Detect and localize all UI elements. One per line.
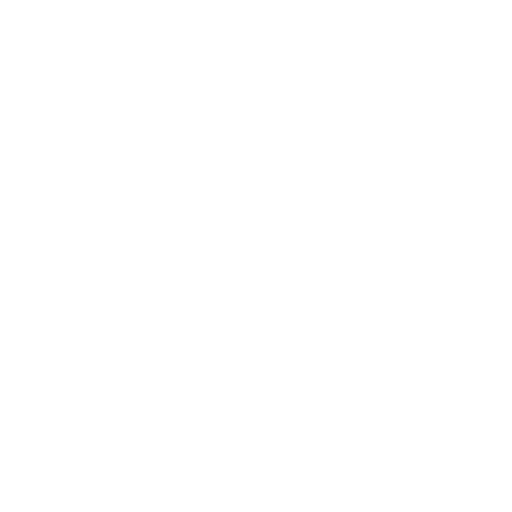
puzzle-board [0,0,512,512]
scene [0,0,512,512]
board-top [0,0,320,320]
